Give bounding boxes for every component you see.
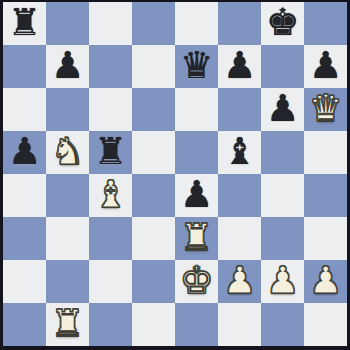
square-e8[interactable] — [175, 2, 218, 45]
white-knight[interactable]: ♞ — [51, 133, 84, 170]
black-pawn[interactable]: ♟ — [309, 47, 342, 84]
chess-board-frame: ♜♚♟♛♟♟♟♛♟♞♜♝♝♟♜♚♟♟♟♜ — [0, 0, 350, 350]
square-c1[interactable] — [89, 303, 132, 346]
square-d2[interactable] — [132, 260, 175, 303]
white-bishop[interactable]: ♝ — [94, 176, 127, 213]
black-pawn[interactable]: ♟ — [8, 133, 41, 170]
square-h8[interactable] — [304, 2, 347, 45]
square-a1[interactable] — [3, 303, 46, 346]
square-f6[interactable] — [218, 88, 261, 131]
square-h2[interactable]: ♟ — [304, 260, 347, 303]
square-b6[interactable] — [46, 88, 89, 131]
black-queen[interactable]: ♛ — [180, 47, 213, 84]
square-c3[interactable] — [89, 217, 132, 260]
square-a4[interactable] — [3, 174, 46, 217]
black-pawn[interactable]: ♟ — [180, 176, 213, 213]
square-f1[interactable] — [218, 303, 261, 346]
square-c7[interactable] — [89, 45, 132, 88]
square-f4[interactable] — [218, 174, 261, 217]
square-c4[interactable]: ♝ — [89, 174, 132, 217]
white-pawn[interactable]: ♟ — [309, 262, 342, 299]
square-f7[interactable]: ♟ — [218, 45, 261, 88]
square-a2[interactable] — [3, 260, 46, 303]
black-bishop[interactable]: ♝ — [223, 133, 256, 170]
square-h3[interactable] — [304, 217, 347, 260]
square-d6[interactable] — [132, 88, 175, 131]
square-e1[interactable] — [175, 303, 218, 346]
square-e6[interactable] — [175, 88, 218, 131]
black-rook[interactable]: ♜ — [94, 133, 127, 170]
square-e3[interactable]: ♜ — [175, 217, 218, 260]
square-a3[interactable] — [3, 217, 46, 260]
square-d7[interactable] — [132, 45, 175, 88]
square-c8[interactable] — [89, 2, 132, 45]
square-b7[interactable]: ♟ — [46, 45, 89, 88]
white-rook[interactable]: ♜ — [180, 219, 213, 256]
square-g3[interactable] — [261, 217, 304, 260]
square-f2[interactable]: ♟ — [218, 260, 261, 303]
square-g6[interactable]: ♟ — [261, 88, 304, 131]
square-e7[interactable]: ♛ — [175, 45, 218, 88]
square-e4[interactable]: ♟ — [175, 174, 218, 217]
square-g1[interactable] — [261, 303, 304, 346]
chess-board: ♜♚♟♛♟♟♟♛♟♞♜♝♝♟♜♚♟♟♟♜ — [3, 2, 347, 346]
square-f5[interactable]: ♝ — [218, 131, 261, 174]
square-g4[interactable] — [261, 174, 304, 217]
square-d4[interactable] — [132, 174, 175, 217]
white-queen[interactable]: ♛ — [309, 90, 342, 127]
square-a8[interactable]: ♜ — [3, 2, 46, 45]
square-b8[interactable] — [46, 2, 89, 45]
white-king[interactable]: ♚ — [180, 262, 213, 299]
square-h6[interactable]: ♛ — [304, 88, 347, 131]
square-h4[interactable] — [304, 174, 347, 217]
square-a5[interactable]: ♟ — [3, 131, 46, 174]
square-d3[interactable] — [132, 217, 175, 260]
square-c2[interactable] — [89, 260, 132, 303]
square-b2[interactable] — [46, 260, 89, 303]
square-h1[interactable] — [304, 303, 347, 346]
square-a6[interactable] — [3, 88, 46, 131]
black-pawn[interactable]: ♟ — [266, 90, 299, 127]
black-pawn[interactable]: ♟ — [51, 47, 84, 84]
black-king[interactable]: ♚ — [266, 4, 299, 41]
square-b3[interactable] — [46, 217, 89, 260]
square-g5[interactable] — [261, 131, 304, 174]
square-e2[interactable]: ♚ — [175, 260, 218, 303]
white-pawn[interactable]: ♟ — [266, 262, 299, 299]
square-g7[interactable] — [261, 45, 304, 88]
square-c6[interactable] — [89, 88, 132, 131]
black-rook[interactable]: ♜ — [8, 4, 41, 41]
square-f3[interactable] — [218, 217, 261, 260]
square-c5[interactable]: ♜ — [89, 131, 132, 174]
square-g2[interactable]: ♟ — [261, 260, 304, 303]
square-d1[interactable] — [132, 303, 175, 346]
square-b1[interactable]: ♜ — [46, 303, 89, 346]
white-rook[interactable]: ♜ — [51, 305, 84, 342]
square-d8[interactable] — [132, 2, 175, 45]
square-e5[interactable] — [175, 131, 218, 174]
square-h5[interactable] — [304, 131, 347, 174]
square-h7[interactable]: ♟ — [304, 45, 347, 88]
square-b5[interactable]: ♞ — [46, 131, 89, 174]
black-pawn[interactable]: ♟ — [223, 47, 256, 84]
square-b4[interactable] — [46, 174, 89, 217]
square-f8[interactable] — [218, 2, 261, 45]
square-a7[interactable] — [3, 45, 46, 88]
square-d5[interactable] — [132, 131, 175, 174]
square-g8[interactable]: ♚ — [261, 2, 304, 45]
white-pawn[interactable]: ♟ — [223, 262, 256, 299]
